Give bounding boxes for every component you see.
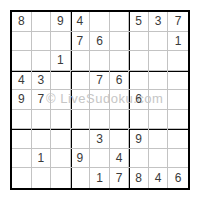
cell-r2c2[interactable] <box>32 32 52 52</box>
cell-r8c3[interactable] <box>51 149 71 169</box>
cell-r4c5[interactable]: 7 <box>90 71 110 91</box>
cell-r1c2[interactable] <box>32 12 52 32</box>
cell-r2c6[interactable] <box>110 32 130 52</box>
cell-r5c3[interactable] <box>51 90 71 110</box>
cell-r4c3[interactable] <box>51 71 71 91</box>
cell-r6c9[interactable] <box>168 110 188 130</box>
cell-r3c5[interactable] <box>90 51 110 71</box>
cell-r4c2[interactable]: 3 <box>32 71 52 91</box>
cell-r7c2[interactable] <box>32 129 52 149</box>
cell-r5c4[interactable] <box>71 90 91 110</box>
cell-r3c6[interactable] <box>110 51 130 71</box>
cell-r5c7[interactable]: 6 <box>129 90 149 110</box>
cell-r2c9[interactable]: 1 <box>168 32 188 52</box>
cell-r4c7[interactable] <box>129 71 149 91</box>
cell-r1c7[interactable]: 5 <box>129 12 149 32</box>
cell-r9c6[interactable]: 7 <box>110 168 130 188</box>
cell-r4c8[interactable] <box>149 71 169 91</box>
sudoku-page: 894537761143769763919417846 © LiveSudoku… <box>0 0 200 200</box>
cell-r6c8[interactable] <box>149 110 169 130</box>
cell-r7c9[interactable] <box>168 129 188 149</box>
cell-r3c4[interactable] <box>71 51 91 71</box>
cell-r6c3[interactable] <box>51 110 71 130</box>
cell-r2c4[interactable]: 7 <box>71 32 91 52</box>
cell-r3c1[interactable] <box>12 51 32 71</box>
cell-r8c8[interactable] <box>149 149 169 169</box>
cell-r5c1[interactable]: 9 <box>12 90 32 110</box>
cell-r7c5[interactable]: 3 <box>90 129 110 149</box>
cell-r9c9[interactable]: 6 <box>168 168 188 188</box>
cell-r4c1[interactable]: 4 <box>12 71 32 91</box>
cell-r9c3[interactable] <box>51 168 71 188</box>
cell-r1c9[interactable]: 7 <box>168 12 188 32</box>
cell-r6c5[interactable] <box>90 110 110 130</box>
cell-r6c2[interactable] <box>32 110 52 130</box>
cell-r2c5[interactable]: 6 <box>90 32 110 52</box>
cell-r7c4[interactable] <box>71 129 91 149</box>
cell-r1c6[interactable] <box>110 12 130 32</box>
cell-r5c5[interactable] <box>90 90 110 110</box>
sudoku-board: 894537761143769763919417846 <box>10 10 190 190</box>
cell-r5c2[interactable]: 7 <box>32 90 52 110</box>
cell-r4c6[interactable]: 6 <box>110 71 130 91</box>
cell-r4c4[interactable] <box>71 71 91 91</box>
cell-r8c1[interactable] <box>12 149 32 169</box>
cell-r2c1[interactable] <box>12 32 32 52</box>
cell-r5c9[interactable] <box>168 90 188 110</box>
sudoku-cells: 894537761143769763919417846 <box>12 12 188 188</box>
cell-r2c7[interactable] <box>129 32 149 52</box>
cell-r4c9[interactable] <box>168 71 188 91</box>
cell-r2c8[interactable] <box>149 32 169 52</box>
cell-r6c1[interactable] <box>12 110 32 130</box>
cell-r9c5[interactable]: 1 <box>90 168 110 188</box>
cell-r9c2[interactable] <box>32 168 52 188</box>
cell-r1c3[interactable]: 9 <box>51 12 71 32</box>
cell-r8c5[interactable] <box>90 149 110 169</box>
cell-r6c6[interactable] <box>110 110 130 130</box>
cell-r1c5[interactable] <box>90 12 110 32</box>
cell-r3c7[interactable] <box>129 51 149 71</box>
cell-r2c3[interactable] <box>51 32 71 52</box>
cell-r7c7[interactable]: 9 <box>129 129 149 149</box>
cell-r8c9[interactable] <box>168 149 188 169</box>
cell-r8c6[interactable]: 4 <box>110 149 130 169</box>
cell-r3c8[interactable] <box>149 51 169 71</box>
cell-r3c3[interactable]: 1 <box>51 51 71 71</box>
cell-r8c4[interactable]: 9 <box>71 149 91 169</box>
cell-r1c1[interactable]: 8 <box>12 12 32 32</box>
cell-r5c6[interactable] <box>110 90 130 110</box>
cell-r7c1[interactable] <box>12 129 32 149</box>
cell-r9c1[interactable] <box>12 168 32 188</box>
cell-r3c9[interactable] <box>168 51 188 71</box>
cell-r1c4[interactable]: 4 <box>71 12 91 32</box>
cell-r8c2[interactable]: 1 <box>32 149 52 169</box>
cell-r9c8[interactable]: 4 <box>149 168 169 188</box>
cell-r3c2[interactable] <box>32 51 52 71</box>
cell-r7c6[interactable] <box>110 129 130 149</box>
cell-r7c8[interactable] <box>149 129 169 149</box>
cell-r1c8[interactable]: 3 <box>149 12 169 32</box>
cell-r6c7[interactable] <box>129 110 149 130</box>
cell-r7c3[interactable] <box>51 129 71 149</box>
cell-r6c4[interactable] <box>71 110 91 130</box>
cell-r9c4[interactable] <box>71 168 91 188</box>
cell-r9c7[interactable]: 8 <box>129 168 149 188</box>
cell-r5c8[interactable] <box>149 90 169 110</box>
cell-r8c7[interactable] <box>129 149 149 169</box>
